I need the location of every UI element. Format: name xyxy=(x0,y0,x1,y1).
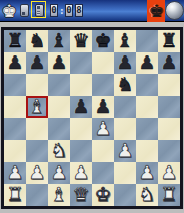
square-d2[interactable]: ♟ xyxy=(70,162,92,184)
square-e1[interactable]: ♚ xyxy=(92,184,114,206)
square-e4[interactable]: ♟ xyxy=(92,118,114,140)
phone-body-icon xyxy=(35,4,44,17)
square-h2[interactable]: ♟ xyxy=(158,162,180,184)
piece-white-pawn: ♟ xyxy=(158,162,180,184)
piece-white-pawn: ♟ xyxy=(114,140,136,162)
piece-white-pawn: ♟ xyxy=(48,162,70,184)
square-f4[interactable] xyxy=(114,118,136,140)
piece-black-knight: ♞ xyxy=(26,30,48,52)
piece-black-rook: ♜ xyxy=(158,30,180,52)
piece-black-pawn: ♟ xyxy=(92,96,114,118)
square-d4[interactable] xyxy=(70,118,92,140)
title-bar: ♚ 0:08 ♚ xyxy=(0,0,184,22)
square-g1[interactable]: ♞ xyxy=(136,184,158,206)
square-f7[interactable]: ♟ xyxy=(114,52,136,74)
piece-white-queen: ♛ xyxy=(70,184,92,206)
square-b8[interactable]: ♞ xyxy=(26,30,48,52)
square-d3[interactable] xyxy=(70,140,92,162)
square-g5[interactable] xyxy=(136,96,158,118)
indicator-icon xyxy=(20,4,29,17)
square-a3[interactable] xyxy=(4,140,26,162)
square-f5[interactable] xyxy=(114,96,136,118)
square-a2[interactable]: ♟ xyxy=(4,162,26,184)
square-h7[interactable]: ♟ xyxy=(158,52,180,74)
square-e7[interactable] xyxy=(92,52,114,74)
square-a1[interactable]: ♜ xyxy=(4,184,26,206)
piece-white-pawn: ♟ xyxy=(92,118,114,140)
white-king-icon[interactable]: ♚ xyxy=(0,0,18,22)
piece-black-bishop: ♝ xyxy=(48,30,70,52)
square-e3[interactable] xyxy=(92,140,114,162)
globe-icon[interactable] xyxy=(165,1,184,20)
square-h5[interactable] xyxy=(158,96,180,118)
square-a7[interactable]: ♟ xyxy=(4,52,26,74)
square-g3[interactable] xyxy=(136,140,158,162)
square-h6[interactable] xyxy=(158,74,180,96)
square-b1[interactable] xyxy=(26,184,48,206)
square-d1[interactable]: ♛ xyxy=(70,184,92,206)
square-c8[interactable]: ♝ xyxy=(48,30,70,52)
clock-digit: 0 xyxy=(65,4,73,17)
chess-board: ♜♞♝♛♚♝♜♟♟♟♟♟♟♞♝♟♟♟♞♟♟♟♟♟♟♟♜♝♛♚♞♜ xyxy=(4,30,180,206)
piece-black-pawn: ♟ xyxy=(48,52,70,74)
square-g4[interactable] xyxy=(136,118,158,140)
clock-colon: : xyxy=(60,6,63,16)
piece-white-pawn: ♟ xyxy=(136,162,158,184)
square-e8[interactable]: ♚ xyxy=(92,30,114,52)
square-d5[interactable]: ♟ xyxy=(70,96,92,118)
piece-white-pawn: ♟ xyxy=(26,162,48,184)
square-c5[interactable] xyxy=(48,96,70,118)
piece-white-rook: ♜ xyxy=(4,184,26,206)
piece-black-pawn: ♟ xyxy=(114,52,136,74)
piece-white-rook: ♜ xyxy=(158,184,180,206)
square-b7[interactable]: ♟ xyxy=(26,52,48,74)
square-h4[interactable] xyxy=(158,118,180,140)
square-a6[interactable] xyxy=(4,74,26,96)
square-a4[interactable] xyxy=(4,118,26,140)
square-b5[interactable]: ♝ xyxy=(26,96,48,118)
square-a8[interactable]: ♜ xyxy=(4,30,26,52)
square-h3[interactable] xyxy=(158,140,180,162)
piece-black-pawn: ♟ xyxy=(26,52,48,74)
square-c6[interactable] xyxy=(48,74,70,96)
square-b6[interactable] xyxy=(26,74,48,96)
square-h1[interactable]: ♜ xyxy=(158,184,180,206)
square-e2[interactable] xyxy=(92,162,114,184)
square-a5[interactable] xyxy=(4,96,26,118)
piece-black-rook: ♜ xyxy=(4,30,26,52)
square-c2[interactable]: ♟ xyxy=(48,162,70,184)
square-g6[interactable] xyxy=(136,74,158,96)
piece-black-knight: ♞ xyxy=(114,74,136,96)
square-e6[interactable] xyxy=(92,74,114,96)
piece-white-knight: ♞ xyxy=(48,140,70,162)
piece-white-bishop: ♝ xyxy=(48,184,70,206)
square-f3[interactable]: ♟ xyxy=(114,140,136,162)
chess-board-frame: ♜♞♝♛♚♝♜♟♟♟♟♟♟♞♝♟♟♟♞♟♟♟♟♟♟♟♜♝♛♚♞♜ xyxy=(1,27,183,209)
piece-white-pawn: ♟ xyxy=(4,162,26,184)
piece-black-pawn: ♟ xyxy=(4,52,26,74)
square-g8[interactable] xyxy=(136,30,158,52)
square-c3[interactable]: ♞ xyxy=(48,140,70,162)
phone-icon[interactable] xyxy=(31,1,46,18)
square-b2[interactable]: ♟ xyxy=(26,162,48,184)
piece-black-pawn: ♟ xyxy=(136,52,158,74)
square-d7[interactable] xyxy=(70,52,92,74)
square-g7[interactable]: ♟ xyxy=(136,52,158,74)
square-c4[interactable] xyxy=(48,118,70,140)
square-d8[interactable]: ♛ xyxy=(70,30,92,52)
clock-digit: 8 xyxy=(75,4,83,17)
clock-digit: 0 xyxy=(50,4,58,17)
square-f8[interactable]: ♝ xyxy=(114,30,136,52)
square-f2[interactable] xyxy=(114,162,136,184)
game-clock: 0:08 xyxy=(50,3,83,18)
square-h8[interactable]: ♜ xyxy=(158,30,180,52)
piece-white-king: ♚ xyxy=(92,184,114,206)
piece-white-bishop: ♝ xyxy=(26,96,48,118)
square-c1[interactable]: ♝ xyxy=(48,184,70,206)
piece-black-king: ♚ xyxy=(92,30,114,52)
piece-black-pawn: ♟ xyxy=(158,52,180,74)
piece-black-bishop: ♝ xyxy=(114,30,136,52)
piece-black-queen: ♛ xyxy=(70,30,92,52)
piece-black-pawn: ♟ xyxy=(70,96,92,118)
square-b3[interactable] xyxy=(26,140,48,162)
black-king-icon[interactable]: ♚ xyxy=(147,0,165,22)
square-d6[interactable] xyxy=(70,74,92,96)
square-f1[interactable] xyxy=(114,184,136,206)
piece-white-knight: ♞ xyxy=(136,184,158,206)
square-b4[interactable] xyxy=(26,118,48,140)
square-g2[interactable]: ♟ xyxy=(136,162,158,184)
piece-white-pawn: ♟ xyxy=(70,162,92,184)
square-c7[interactable]: ♟ xyxy=(48,52,70,74)
square-e5[interactable]: ♟ xyxy=(92,96,114,118)
square-f6[interactable]: ♞ xyxy=(114,74,136,96)
